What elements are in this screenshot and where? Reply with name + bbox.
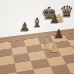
black-queen-piece: ♛ bbox=[60, 4, 74, 20]
black-pawn-piece: ♟ bbox=[20, 21, 31, 33]
black-pawn-piece: ♟ bbox=[54, 28, 65, 40]
white-pawn-piece: ♟ bbox=[50, 42, 61, 54]
pieces-layer: ♟♝♚♟♞♛♟♝♟ bbox=[0, 0, 74, 74]
chess-set-photo: ♟♝♚♟♞♛♟♝♟ bbox=[0, 0, 74, 74]
